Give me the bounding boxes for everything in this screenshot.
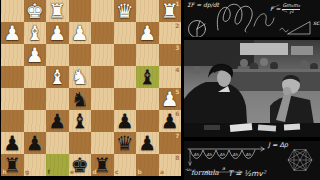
right-panel: ΣF = dp/dt F = Gm₁m₂ r² sci [184,0,320,180]
black-pawn: ♟ [24,132,47,154]
white-pawn: ♟ [136,22,159,44]
black-rook: ♜ [91,154,114,176]
square-b3[interactable] [136,44,159,66]
square-c1[interactable]: ♛ [114,0,137,22]
square-d2[interactable] [91,22,114,44]
chess-board: ♚♜♛1♜♟♝♟♟♟2♟3♝♞♝4♞5♟♟♝♟6♟♟♟♛♟7h♜gfe♚d♜cb… [1,0,181,176]
chalk-note: sci [313,20,320,26]
square-e6[interactable]: ♝ [69,110,92,132]
square-e8[interactable]: e♚ [69,154,92,176]
square-a2[interactable]: 2 [159,22,182,44]
square-c8[interactable]: c [114,154,137,176]
square-d3[interactable] [91,44,114,66]
square-g1[interactable]: ♚ [24,0,47,22]
file-label-f: f [48,169,51,175]
square-h1[interactable] [1,0,24,22]
square-h7[interactable]: ♟ [1,132,24,154]
square-g4[interactable] [24,66,47,88]
square-a8[interactable]: a8 [159,154,182,176]
square-f8[interactable]: f [46,154,69,176]
square-h3[interactable] [1,44,24,66]
square-b5[interactable] [136,88,159,110]
white-rook: ♜ [46,0,69,22]
file-label-a: a [160,169,164,175]
square-b1[interactable] [136,0,159,22]
square-c4[interactable] [114,66,137,88]
square-h4[interactable] [1,66,24,88]
square-e7[interactable] [69,132,92,154]
square-f4[interactable]: ♝ [46,66,69,88]
black-pawn: ♟ [114,110,137,132]
rank-label-3: 3 [175,45,179,51]
black-knight: ♞ [69,88,92,110]
black-pawn: ♟ [1,132,24,154]
square-f3[interactable] [46,44,69,66]
square-e5[interactable]: ♞ [69,88,92,110]
square-a3[interactable]: 3 [159,44,182,66]
rank-label-7: 7 [175,133,179,139]
file-label-c: c [115,169,119,175]
black-pawn: ♟ [46,110,69,132]
black-rook: ♜ [1,154,24,176]
players-photo-art [184,40,320,137]
square-d8[interactable]: d♜ [91,154,114,176]
white-pawn: ♟ [46,22,69,44]
rank-label-4: 4 [175,67,179,73]
rank-label-2: 2 [175,23,179,29]
black-pawn: ♟ [159,110,182,132]
square-h6[interactable] [1,110,24,132]
formula-momentum: ΣF = dp/dt [187,2,219,8]
square-a4[interactable]: 4 [159,66,182,88]
chalkboard-top: ΣF = dp/dt F = Gm₁m₂ r² sci [184,0,320,37]
rank-label-8: 8 [175,155,179,161]
square-d5[interactable] [91,88,114,110]
svg-text:Δh: Δh [207,152,213,157]
svg-text:Δh: Δh [246,152,252,157]
formula-word: formula [191,170,219,177]
square-e4[interactable]: ♞ [69,66,92,88]
graph-doodle [288,150,312,171]
black-king: ♚ [69,154,92,176]
black-pawn: ♟ [136,132,159,154]
square-c3[interactable] [114,44,137,66]
dim-label: a [222,165,226,171]
black-bishop: ♝ [69,110,92,132]
svg-text:Δh: Δh [220,152,226,157]
square-d4[interactable] [91,66,114,88]
black-queen: ♛ [114,132,137,154]
white-pawn: ♟ [24,44,47,66]
square-c7[interactable]: ♛ [114,132,137,154]
square-f2[interactable]: ♟ [46,22,69,44]
table [184,123,320,137]
svg-text:Δh: Δh [233,152,239,157]
file-label-g: g [25,169,29,175]
square-e3[interactable] [69,44,92,66]
formula-gravity: F = Gm₁m₂ r² [270,3,300,15]
square-h8[interactable]: h♜ [1,154,24,176]
square-d7[interactable] [91,132,114,154]
square-c5[interactable] [114,88,137,110]
chalkboard-bottom: Δh Δh Δh Δh Δh -u₀ a J = Δp formula T = … [184,141,320,180]
white-bishop: ♝ [46,66,69,88]
black-bishop: ♝ [136,66,159,88]
square-b7[interactable]: ♟ [136,132,159,154]
square-f1[interactable]: ♜ [46,0,69,22]
square-a6[interactable]: 6♟ [159,110,182,132]
formula-kinetic: T = ½mv² [228,170,266,178]
white-knight: ♞ [69,66,92,88]
square-g2[interactable]: ♝ [24,22,47,44]
square-a5[interactable]: 5♟ [159,88,182,110]
square-e2[interactable]: ♟ [69,22,92,44]
players-photo [184,40,320,137]
square-g7[interactable]: ♟ [24,132,47,154]
square-h2[interactable]: ♟ [1,22,24,44]
square-g5[interactable] [24,88,47,110]
white-pawn: ♟ [1,22,24,44]
square-b4[interactable]: ♝ [136,66,159,88]
square-a7[interactable]: 7 [159,132,182,154]
file-label-b: b [138,169,142,175]
svg-text:Δh: Δh [194,152,200,157]
square-b2[interactable]: ♟ [136,22,159,44]
white-pawn: ♟ [159,88,182,110]
square-g6[interactable] [24,110,47,132]
white-king: ♚ [24,0,47,22]
square-b8[interactable]: b [136,154,159,176]
square-h5[interactable] [1,88,24,110]
square-d1[interactable] [91,0,114,22]
formula-impulse: J = Δp [268,142,288,149]
white-pawn: ♟ [69,22,92,44]
square-a1[interactable]: 1♜ [159,0,182,22]
square-c6[interactable]: ♟ [114,110,137,132]
square-c2[interactable] [114,22,137,44]
white-queen: ♛ [114,0,137,22]
white-bishop: ♝ [24,22,47,44]
square-g8[interactable]: g [24,154,47,176]
square-b6[interactable] [136,110,159,132]
square-f5[interactable] [46,88,69,110]
square-f6[interactable]: ♟ [46,110,69,132]
square-d6[interactable] [91,110,114,132]
square-e1[interactable] [69,0,92,22]
white-rook: ♜ [159,0,182,22]
square-g3[interactable]: ♟ [24,44,47,66]
square-f7[interactable] [46,132,69,154]
